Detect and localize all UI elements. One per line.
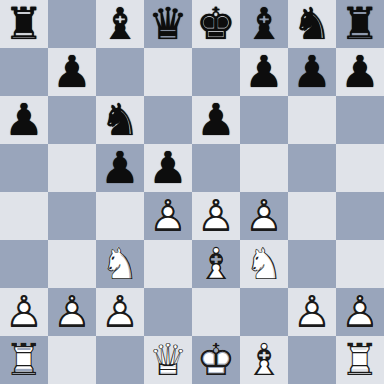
white-knight-icon: ♘ xyxy=(96,240,144,288)
square-d2[interactable] xyxy=(144,288,192,336)
square-a1[interactable]: ♜♖ xyxy=(0,336,48,384)
square-c6[interactable]: ♞ xyxy=(96,96,144,144)
black-knight-icon: ♞ xyxy=(288,0,336,48)
square-h8[interactable]: ♜ xyxy=(336,0,384,48)
square-a3[interactable] xyxy=(0,240,48,288)
white-pawn-icon: ♙ xyxy=(48,288,96,336)
square-b3[interactable] xyxy=(48,240,96,288)
square-c5[interactable]: ♟ xyxy=(96,144,144,192)
square-d3[interactable] xyxy=(144,240,192,288)
square-f3[interactable]: ♞♘ xyxy=(240,240,288,288)
piece-black-knight[interactable]: ♞ xyxy=(96,96,144,144)
square-c8[interactable]: ♝ xyxy=(96,0,144,48)
square-f4[interactable]: ♟♙ xyxy=(240,192,288,240)
square-b2[interactable]: ♟♙ xyxy=(48,288,96,336)
square-h4[interactable] xyxy=(336,192,384,240)
white-knight-icon: ♘ xyxy=(240,240,288,288)
square-a7[interactable] xyxy=(0,48,48,96)
square-e8[interactable]: ♚ xyxy=(192,0,240,48)
white-pawn-icon: ♙ xyxy=(288,288,336,336)
square-f7[interactable]: ♟ xyxy=(240,48,288,96)
chess-board: ♜♝♛♚♝♞♜♟♟♟♟♟♞♟♟♟♟♙♟♙♟♙♞♘♝♗♞♘♟♙♟♙♟♙♟♙♟♙♜♖… xyxy=(0,0,384,384)
square-d1[interactable]: ♛♕ xyxy=(144,336,192,384)
piece-black-pawn[interactable]: ♟ xyxy=(288,48,336,96)
square-f8[interactable]: ♝ xyxy=(240,0,288,48)
square-f5[interactable] xyxy=(240,144,288,192)
black-bishop-icon: ♝ xyxy=(96,0,144,48)
piece-white-pawn[interactable]: ♟♙ xyxy=(192,192,240,240)
square-a8[interactable]: ♜ xyxy=(0,0,48,48)
square-f1[interactable]: ♝♗ xyxy=(240,336,288,384)
black-knight-icon: ♞ xyxy=(96,96,144,144)
piece-black-queen[interactable]: ♛ xyxy=(144,0,192,48)
piece-black-rook[interactable]: ♜ xyxy=(336,0,384,48)
square-e2[interactable] xyxy=(192,288,240,336)
piece-white-knight[interactable]: ♞♘ xyxy=(96,240,144,288)
white-bishop-icon: ♗ xyxy=(192,240,240,288)
piece-white-pawn[interactable]: ♟♙ xyxy=(48,288,96,336)
black-pawn-icon: ♟ xyxy=(96,144,144,192)
black-pawn-icon: ♟ xyxy=(288,48,336,96)
square-d7[interactable] xyxy=(144,48,192,96)
square-b8[interactable] xyxy=(48,0,96,48)
square-e4[interactable]: ♟♙ xyxy=(192,192,240,240)
white-pawn-icon: ♙ xyxy=(336,288,384,336)
piece-white-pawn[interactable]: ♟♙ xyxy=(288,288,336,336)
square-b6[interactable] xyxy=(48,96,96,144)
white-pawn-icon: ♙ xyxy=(144,192,192,240)
piece-black-bishop[interactable]: ♝ xyxy=(96,0,144,48)
piece-black-pawn[interactable]: ♟ xyxy=(192,96,240,144)
white-pawn-icon: ♙ xyxy=(96,288,144,336)
piece-black-pawn[interactable]: ♟ xyxy=(240,48,288,96)
square-b4[interactable] xyxy=(48,192,96,240)
square-c7[interactable] xyxy=(96,48,144,96)
piece-black-pawn[interactable]: ♟ xyxy=(0,96,48,144)
white-rook-icon: ♖ xyxy=(336,336,384,384)
piece-black-pawn[interactable]: ♟ xyxy=(48,48,96,96)
square-e7[interactable] xyxy=(192,48,240,96)
piece-black-pawn[interactable]: ♟ xyxy=(96,144,144,192)
white-rook-icon: ♖ xyxy=(0,336,48,384)
square-h7[interactable]: ♟ xyxy=(336,48,384,96)
black-king-icon: ♚ xyxy=(192,0,240,48)
square-a5[interactable] xyxy=(0,144,48,192)
black-rook-icon: ♜ xyxy=(336,0,384,48)
piece-white-pawn[interactable]: ♟♙ xyxy=(336,288,384,336)
black-pawn-icon: ♟ xyxy=(240,48,288,96)
square-d5[interactable]: ♟ xyxy=(144,144,192,192)
black-pawn-icon: ♟ xyxy=(336,48,384,96)
piece-white-rook[interactable]: ♜♖ xyxy=(0,336,48,384)
piece-black-king[interactable]: ♚ xyxy=(192,0,240,48)
white-pawn-icon: ♙ xyxy=(0,288,48,336)
square-h1[interactable]: ♜♖ xyxy=(336,336,384,384)
square-f2[interactable] xyxy=(240,288,288,336)
square-c2[interactable]: ♟♙ xyxy=(96,288,144,336)
white-queen-icon: ♕ xyxy=(144,336,192,384)
piece-black-rook[interactable]: ♜ xyxy=(0,0,48,48)
square-f6[interactable] xyxy=(240,96,288,144)
square-c4[interactable] xyxy=(96,192,144,240)
piece-black-bishop[interactable]: ♝ xyxy=(240,0,288,48)
piece-black-pawn[interactable]: ♟ xyxy=(336,48,384,96)
square-g3[interactable] xyxy=(288,240,336,288)
square-g4[interactable] xyxy=(288,192,336,240)
white-pawn-icon: ♙ xyxy=(240,192,288,240)
black-pawn-icon: ♟ xyxy=(144,144,192,192)
square-d8[interactable]: ♛ xyxy=(144,0,192,48)
piece-white-rook[interactable]: ♜♖ xyxy=(336,336,384,384)
square-c3[interactable]: ♞♘ xyxy=(96,240,144,288)
piece-white-knight[interactable]: ♞♘ xyxy=(240,240,288,288)
square-b5[interactable] xyxy=(48,144,96,192)
square-e5[interactable] xyxy=(192,144,240,192)
black-queen-icon: ♛ xyxy=(144,0,192,48)
square-g7[interactable]: ♟ xyxy=(288,48,336,96)
white-king-icon: ♔ xyxy=(192,336,240,384)
piece-white-pawn[interactable]: ♟♙ xyxy=(0,288,48,336)
square-d4[interactable]: ♟♙ xyxy=(144,192,192,240)
piece-black-pawn[interactable]: ♟ xyxy=(144,144,192,192)
piece-white-pawn[interactable]: ♟♙ xyxy=(240,192,288,240)
square-c1[interactable] xyxy=(96,336,144,384)
square-h2[interactable]: ♟♙ xyxy=(336,288,384,336)
square-e6[interactable]: ♟ xyxy=(192,96,240,144)
square-h5[interactable] xyxy=(336,144,384,192)
piece-white-bishop[interactable]: ♝♗ xyxy=(240,336,288,384)
square-g6[interactable] xyxy=(288,96,336,144)
piece-black-knight[interactable]: ♞ xyxy=(288,0,336,48)
square-e1[interactable]: ♚♔ xyxy=(192,336,240,384)
square-a4[interactable] xyxy=(0,192,48,240)
black-pawn-icon: ♟ xyxy=(0,96,48,144)
square-b1[interactable] xyxy=(48,336,96,384)
black-bishop-icon: ♝ xyxy=(240,0,288,48)
square-g8[interactable]: ♞ xyxy=(288,0,336,48)
piece-white-queen[interactable]: ♛♕ xyxy=(144,336,192,384)
square-g2[interactable]: ♟♙ xyxy=(288,288,336,336)
piece-white-bishop[interactable]: ♝♗ xyxy=(192,240,240,288)
square-b7[interactable]: ♟ xyxy=(48,48,96,96)
black-pawn-icon: ♟ xyxy=(48,48,96,96)
piece-white-king[interactable]: ♚♔ xyxy=(192,336,240,384)
piece-white-pawn[interactable]: ♟♙ xyxy=(96,288,144,336)
black-rook-icon: ♜ xyxy=(0,0,48,48)
square-g5[interactable] xyxy=(288,144,336,192)
white-bishop-icon: ♗ xyxy=(240,336,288,384)
square-d6[interactable] xyxy=(144,96,192,144)
square-g1[interactable] xyxy=(288,336,336,384)
white-pawn-icon: ♙ xyxy=(192,192,240,240)
square-h6[interactable] xyxy=(336,96,384,144)
square-a6[interactable]: ♟ xyxy=(0,96,48,144)
square-h3[interactable] xyxy=(336,240,384,288)
piece-white-pawn[interactable]: ♟♙ xyxy=(144,192,192,240)
square-e3[interactable]: ♝♗ xyxy=(192,240,240,288)
black-pawn-icon: ♟ xyxy=(192,96,240,144)
square-a2[interactable]: ♟♙ xyxy=(0,288,48,336)
